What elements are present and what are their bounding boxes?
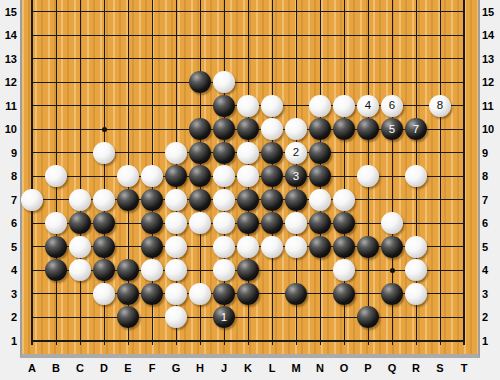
- board-cell[interactable]: [164, 0, 188, 24]
- board-cell[interactable]: [68, 188, 92, 212]
- board-cell[interactable]: [356, 24, 380, 48]
- board-cell[interactable]: [92, 141, 116, 165]
- board-cell[interactable]: [212, 0, 236, 24]
- board-cell[interactable]: [284, 118, 308, 142]
- grid-line-vertical: [296, 259, 297, 283]
- stone-black: [333, 118, 355, 140]
- board-cell[interactable]: [356, 47, 380, 71]
- board-cell[interactable]: [428, 235, 452, 259]
- board-cell[interactable]: [164, 212, 188, 236]
- board-cell[interactable]: [44, 282, 68, 306]
- board-cell[interactable]: [404, 47, 428, 71]
- board-cell[interactable]: [68, 165, 92, 189]
- board-cell[interactable]: [452, 235, 476, 259]
- board-cell[interactable]: [92, 259, 116, 283]
- board-cell[interactable]: [236, 118, 260, 142]
- board-cell[interactable]: [44, 306, 68, 330]
- board-cell[interactable]: [140, 24, 164, 48]
- board-cell[interactable]: [452, 71, 476, 95]
- board-cell[interactable]: [44, 329, 68, 353]
- board-cell[interactable]: [116, 188, 140, 212]
- board-cell[interactable]: [140, 94, 164, 118]
- stone-white: [285, 236, 307, 258]
- board-cell[interactable]: [428, 212, 452, 236]
- board-cell[interactable]: [188, 235, 212, 259]
- board-cell[interactable]: [452, 188, 476, 212]
- board-cell[interactable]: [212, 118, 236, 142]
- board-cell[interactable]: [284, 94, 308, 118]
- board-cell[interactable]: [308, 94, 332, 118]
- board-cell[interactable]: [140, 306, 164, 330]
- board-cell[interactable]: [284, 306, 308, 330]
- board-cell[interactable]: [308, 282, 332, 306]
- board-cell[interactable]: [356, 118, 380, 142]
- board-cell[interactable]: [140, 282, 164, 306]
- board-cell[interactable]: [380, 188, 404, 212]
- board-cell[interactable]: [20, 235, 44, 259]
- board-cell[interactable]: [212, 141, 236, 165]
- board-cell[interactable]: [404, 141, 428, 165]
- board-cell[interactable]: [92, 212, 116, 236]
- board-cell[interactable]: [452, 259, 476, 283]
- board-cell[interactable]: [188, 165, 212, 189]
- board-cell[interactable]: [20, 118, 44, 142]
- board-cell[interactable]: [212, 282, 236, 306]
- grid-line-vertical: [320, 47, 321, 71]
- board-cell[interactable]: [68, 47, 92, 71]
- board-cell[interactable]: [212, 329, 236, 353]
- board-cell[interactable]: 3: [284, 165, 308, 189]
- board-cell[interactable]: [164, 259, 188, 283]
- board-cell[interactable]: [332, 188, 356, 212]
- board-cell[interactable]: [116, 329, 140, 353]
- board-cell[interactable]: [284, 259, 308, 283]
- board-cell[interactable]: [164, 24, 188, 48]
- board-cell[interactable]: [452, 118, 476, 142]
- board-cell[interactable]: [68, 118, 92, 142]
- board-cell[interactable]: [20, 165, 44, 189]
- board-cell[interactable]: [404, 329, 428, 353]
- board-cell[interactable]: [68, 0, 92, 24]
- board-cell[interactable]: [140, 165, 164, 189]
- board-cell[interactable]: [116, 24, 140, 48]
- board-cell[interactable]: 4: [356, 94, 380, 118]
- board-cell[interactable]: [188, 282, 212, 306]
- board-cell[interactable]: [452, 141, 476, 165]
- board-cell[interactable]: [260, 118, 284, 142]
- board-cell[interactable]: [212, 165, 236, 189]
- board-cell[interactable]: [116, 47, 140, 71]
- board-cell[interactable]: [188, 188, 212, 212]
- board-cell[interactable]: [236, 259, 260, 283]
- board-cell[interactable]: [44, 0, 68, 24]
- board-cell[interactable]: [332, 306, 356, 330]
- board-cell[interactable]: [356, 259, 380, 283]
- board-cell[interactable]: [44, 259, 68, 283]
- board-cell[interactable]: [68, 24, 92, 48]
- board-cell[interactable]: [164, 165, 188, 189]
- board-cell[interactable]: [428, 118, 452, 142]
- board-cell[interactable]: [428, 71, 452, 95]
- board-cell[interactable]: [260, 141, 284, 165]
- board-cell[interactable]: [308, 24, 332, 48]
- stone-black: [45, 259, 67, 281]
- board-cell[interactable]: [68, 259, 92, 283]
- board-cell[interactable]: [404, 71, 428, 95]
- board-cell[interactable]: [332, 118, 356, 142]
- board-cell[interactable]: [236, 235, 260, 259]
- board-cell[interactable]: [140, 188, 164, 212]
- board-cell[interactable]: [68, 235, 92, 259]
- board-cell[interactable]: [116, 282, 140, 306]
- board-cell[interactable]: [116, 71, 140, 95]
- board-cell[interactable]: [260, 282, 284, 306]
- board-cell[interactable]: [332, 282, 356, 306]
- board-cell[interactable]: [20, 0, 44, 24]
- board-cell[interactable]: [260, 71, 284, 95]
- grid-line-vertical: [463, 141, 465, 165]
- grid-line-horizontal: [32, 152, 44, 153]
- board-cell[interactable]: [404, 165, 428, 189]
- board-cell[interactable]: [284, 188, 308, 212]
- board-cell[interactable]: [260, 235, 284, 259]
- board-cell[interactable]: [236, 165, 260, 189]
- board-cell[interactable]: [44, 165, 68, 189]
- board-cell[interactable]: [260, 212, 284, 236]
- board-cell[interactable]: [428, 47, 452, 71]
- board-cell[interactable]: [188, 71, 212, 95]
- board-cell[interactable]: [20, 306, 44, 330]
- board-cell[interactable]: [308, 259, 332, 283]
- board-cell[interactable]: [188, 94, 212, 118]
- grid-line-vertical: [344, 71, 345, 95]
- board-cell[interactable]: [452, 282, 476, 306]
- board-cell[interactable]: [188, 329, 212, 353]
- board-cell[interactable]: [284, 235, 308, 259]
- board-cell[interactable]: [236, 282, 260, 306]
- board-cell[interactable]: [164, 235, 188, 259]
- board-cell[interactable]: [92, 306, 116, 330]
- board-cell[interactable]: 2: [284, 141, 308, 165]
- board-cell[interactable]: [380, 71, 404, 95]
- board-cell[interactable]: [308, 141, 332, 165]
- board-cell[interactable]: [404, 306, 428, 330]
- board-cell[interactable]: [356, 329, 380, 353]
- board-cell[interactable]: [212, 188, 236, 212]
- board-cell[interactable]: [332, 141, 356, 165]
- board-cell[interactable]: [380, 259, 404, 283]
- board-cell[interactable]: [404, 94, 428, 118]
- board-cell[interactable]: [356, 306, 380, 330]
- grid-line-vertical: [176, 329, 177, 345]
- board-cell[interactable]: [188, 259, 212, 283]
- board-cell[interactable]: [308, 47, 332, 71]
- board-cell[interactable]: [20, 212, 44, 236]
- board-cell[interactable]: [260, 0, 284, 24]
- board-cell[interactable]: [212, 47, 236, 71]
- board-cell[interactable]: [164, 188, 188, 212]
- board-cell[interactable]: [284, 71, 308, 95]
- board-cell[interactable]: [380, 329, 404, 353]
- board-cell[interactable]: [212, 71, 236, 95]
- board-cell[interactable]: [20, 259, 44, 283]
- board-cell[interactable]: [116, 0, 140, 24]
- board-cell[interactable]: [188, 118, 212, 142]
- board-cell[interactable]: [428, 141, 452, 165]
- grid-line-vertical: [320, 259, 321, 283]
- board-cell[interactable]: [116, 94, 140, 118]
- board-cell[interactable]: [140, 212, 164, 236]
- board-cell[interactable]: [164, 306, 188, 330]
- board-cell[interactable]: [428, 306, 452, 330]
- board-cell[interactable]: [20, 94, 44, 118]
- board-cell[interactable]: [380, 141, 404, 165]
- board-cell[interactable]: [332, 47, 356, 71]
- board-cell[interactable]: [404, 235, 428, 259]
- board-cell[interactable]: [92, 47, 116, 71]
- board-cell[interactable]: [20, 24, 44, 48]
- board-cell[interactable]: [260, 165, 284, 189]
- board-cell[interactable]: [188, 47, 212, 71]
- board-cell[interactable]: [68, 141, 92, 165]
- board-cell[interactable]: [404, 259, 428, 283]
- board-cell[interactable]: [332, 329, 356, 353]
- board-cell[interactable]: [92, 282, 116, 306]
- board-cell[interactable]: [356, 0, 380, 24]
- board-cell[interactable]: [140, 118, 164, 142]
- board-cell[interactable]: [308, 188, 332, 212]
- board-cell[interactable]: [308, 118, 332, 142]
- board-cell[interactable]: [356, 165, 380, 189]
- board-cell[interactable]: [308, 235, 332, 259]
- board-cell[interactable]: [332, 24, 356, 48]
- board-cell[interactable]: [164, 329, 188, 353]
- board-cell[interactable]: [380, 212, 404, 236]
- board-cell[interactable]: [404, 0, 428, 24]
- board-cell[interactable]: [356, 71, 380, 95]
- board-cell[interactable]: [308, 306, 332, 330]
- board-cell[interactable]: [404, 24, 428, 48]
- board-cell[interactable]: [20, 329, 44, 353]
- board-cell[interactable]: [284, 329, 308, 353]
- board-cell[interactable]: [68, 212, 92, 236]
- board-cell[interactable]: [380, 282, 404, 306]
- board-cell[interactable]: [20, 141, 44, 165]
- board-cell[interactable]: [164, 47, 188, 71]
- board-cell[interactable]: [116, 212, 140, 236]
- board-cell[interactable]: [380, 306, 404, 330]
- board-cell[interactable]: [188, 306, 212, 330]
- board-cell[interactable]: [308, 71, 332, 95]
- board-cell[interactable]: [452, 24, 476, 48]
- board-cell[interactable]: [140, 0, 164, 24]
- board-cell[interactable]: [116, 141, 140, 165]
- board-cell[interactable]: 7: [404, 118, 428, 142]
- board-cell[interactable]: [44, 94, 68, 118]
- board-cell[interactable]: [140, 235, 164, 259]
- board-cell[interactable]: [332, 94, 356, 118]
- board-cell[interactable]: [452, 47, 476, 71]
- board-cell[interactable]: [428, 329, 452, 353]
- board-cell[interactable]: [164, 141, 188, 165]
- board-cell[interactable]: [308, 212, 332, 236]
- board-cell[interactable]: [236, 0, 260, 24]
- board-cell[interactable]: [284, 282, 308, 306]
- board-cell[interactable]: [284, 0, 308, 24]
- board-cell[interactable]: [116, 118, 140, 142]
- board-cell[interactable]: [404, 188, 428, 212]
- board-cell[interactable]: [380, 0, 404, 24]
- board-cell[interactable]: [452, 94, 476, 118]
- board-cell[interactable]: [236, 47, 260, 71]
- board-cell[interactable]: [212, 235, 236, 259]
- board-cell[interactable]: [452, 306, 476, 330]
- board-cell[interactable]: 5: [380, 118, 404, 142]
- board-cell[interactable]: [116, 235, 140, 259]
- board-cell[interactable]: 8: [428, 94, 452, 118]
- grid-line-vertical: [200, 24, 201, 48]
- board-cell[interactable]: [68, 94, 92, 118]
- board-cell[interactable]: [140, 329, 164, 353]
- board-cell[interactable]: [92, 94, 116, 118]
- board-cell[interactable]: [44, 235, 68, 259]
- board-cell[interactable]: [116, 259, 140, 283]
- board-cell[interactable]: [140, 141, 164, 165]
- board-cell[interactable]: [356, 282, 380, 306]
- board-cell[interactable]: 1: [212, 306, 236, 330]
- board-cell[interactable]: [92, 118, 116, 142]
- board-cell[interactable]: [20, 188, 44, 212]
- row-label-right: 3: [482, 288, 498, 300]
- grid-line-vertical: [80, 165, 81, 189]
- board-cell[interactable]: [284, 24, 308, 48]
- board-cell[interactable]: [92, 71, 116, 95]
- board-cell[interactable]: [20, 71, 44, 95]
- board-cell[interactable]: [404, 282, 428, 306]
- board-cell[interactable]: [92, 235, 116, 259]
- board-cell[interactable]: [380, 24, 404, 48]
- board-cell[interactable]: [236, 94, 260, 118]
- board-cell[interactable]: [260, 94, 284, 118]
- board-cell[interactable]: [236, 306, 260, 330]
- board-cell[interactable]: [284, 47, 308, 71]
- board-cell[interactable]: [188, 0, 212, 24]
- board-cell[interactable]: [452, 329, 476, 353]
- board-cell[interactable]: [44, 188, 68, 212]
- board-cell[interactable]: [452, 212, 476, 236]
- board-cell[interactable]: [428, 165, 452, 189]
- board-cell[interactable]: [92, 24, 116, 48]
- board-cell[interactable]: [68, 71, 92, 95]
- board-cell[interactable]: [92, 0, 116, 24]
- board-cell[interactable]: [188, 24, 212, 48]
- board-cell[interactable]: [140, 47, 164, 71]
- board-cell[interactable]: [20, 282, 44, 306]
- board-cell[interactable]: [44, 212, 68, 236]
- board-cell[interactable]: [332, 165, 356, 189]
- board-cell[interactable]: [260, 24, 284, 48]
- board-cell[interactable]: [212, 24, 236, 48]
- board-cell[interactable]: [428, 259, 452, 283]
- board-cell[interactable]: [356, 212, 380, 236]
- board-cell[interactable]: [308, 329, 332, 353]
- board-cell[interactable]: [212, 212, 236, 236]
- board-cell[interactable]: [404, 212, 428, 236]
- board-cell[interactable]: [44, 24, 68, 48]
- board-cell[interactable]: [308, 165, 332, 189]
- board-cell[interactable]: [332, 235, 356, 259]
- board-cell[interactable]: [452, 165, 476, 189]
- board-cell[interactable]: [20, 47, 44, 71]
- board-cell[interactable]: [428, 188, 452, 212]
- board-cell[interactable]: [332, 212, 356, 236]
- grid-line-vertical: [440, 329, 441, 345]
- board-cell[interactable]: [356, 141, 380, 165]
- board-cell[interactable]: [380, 235, 404, 259]
- board-cell[interactable]: [116, 306, 140, 330]
- board-cell[interactable]: [140, 259, 164, 283]
- stone-white: [285, 118, 307, 140]
- board-cell[interactable]: [332, 71, 356, 95]
- board-cell[interactable]: [92, 329, 116, 353]
- board-cell[interactable]: [380, 165, 404, 189]
- board-cell[interactable]: [68, 282, 92, 306]
- board-cell[interactable]: [236, 329, 260, 353]
- board-cell[interactable]: [212, 94, 236, 118]
- board-cell[interactable]: [188, 141, 212, 165]
- board-cell[interactable]: 6: [380, 94, 404, 118]
- board-cell[interactable]: [452, 0, 476, 24]
- board-cell[interactable]: [44, 47, 68, 71]
- board-cell[interactable]: [164, 282, 188, 306]
- board-cell[interactable]: [428, 24, 452, 48]
- board-cell[interactable]: [44, 71, 68, 95]
- board-cell[interactable]: [284, 212, 308, 236]
- board-cell[interactable]: [236, 141, 260, 165]
- board-cell[interactable]: [428, 0, 452, 24]
- board-cell[interactable]: [308, 0, 332, 24]
- board-cell[interactable]: [68, 329, 92, 353]
- board-cell[interactable]: [212, 259, 236, 283]
- board-cell[interactable]: [236, 71, 260, 95]
- board-cell[interactable]: [116, 165, 140, 189]
- board-cell[interactable]: [236, 188, 260, 212]
- board-cell[interactable]: [164, 118, 188, 142]
- board-cell[interactable]: [260, 329, 284, 353]
- board-cell[interactable]: [260, 188, 284, 212]
- board-cell[interactable]: [380, 47, 404, 71]
- board-cell[interactable]: [332, 259, 356, 283]
- board-cell[interactable]: [236, 212, 260, 236]
- board-cell[interactable]: [92, 188, 116, 212]
- board-cell[interactable]: [260, 259, 284, 283]
- board-cell[interactable]: [260, 306, 284, 330]
- board-cell[interactable]: [164, 71, 188, 95]
- board-cell[interactable]: [44, 141, 68, 165]
- board-cell[interactable]: [164, 94, 188, 118]
- board-cell[interactable]: [356, 188, 380, 212]
- board-cell[interactable]: [236, 24, 260, 48]
- board-cell[interactable]: [260, 47, 284, 71]
- board-cell[interactable]: [332, 0, 356, 24]
- board-cell[interactable]: [92, 165, 116, 189]
- board-cell[interactable]: [44, 118, 68, 142]
- board-cell[interactable]: [68, 306, 92, 330]
- board-cell[interactable]: [140, 71, 164, 95]
- board-cell[interactable]: [188, 212, 212, 236]
- board-cell[interactable]: [428, 282, 452, 306]
- board-cell[interactable]: [356, 235, 380, 259]
